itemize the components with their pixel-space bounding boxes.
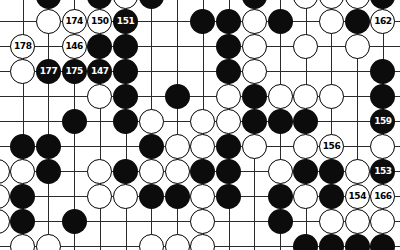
move-number: 153	[374, 167, 392, 176]
stone-white[interactable]	[139, 159, 164, 184]
stone-white[interactable]	[345, 0, 370, 9]
stone-white[interactable]	[139, 109, 164, 134]
stone-white[interactable]	[293, 0, 318, 9]
stone-black[interactable]	[242, 109, 267, 134]
stone-black[interactable]	[216, 159, 241, 184]
stone-black-177[interactable]: 177	[36, 59, 61, 84]
stone-black[interactable]	[62, 109, 87, 134]
stone-black[interactable]	[10, 134, 35, 159]
move-number: 175	[65, 67, 83, 76]
move-number: 177	[40, 67, 58, 76]
stone-black[interactable]	[216, 34, 241, 59]
stone-white[interactable]	[293, 84, 318, 109]
move-number: 151	[117, 17, 135, 26]
stone-white[interactable]	[345, 209, 370, 234]
grid-line-vertical	[177, 0, 178, 250]
stone-white[interactable]	[370, 209, 395, 234]
stone-black[interactable]	[345, 9, 370, 34]
move-number: 166	[374, 192, 392, 201]
stone-white[interactable]	[216, 109, 241, 134]
stone-white[interactable]	[319, 209, 344, 234]
stone-black[interactable]	[216, 134, 241, 159]
stone-white[interactable]	[87, 84, 112, 109]
stone-black-175[interactable]: 175	[62, 59, 87, 84]
stone-white[interactable]	[87, 159, 112, 184]
stone-white-178[interactable]: 178	[10, 34, 35, 59]
stone-black[interactable]	[293, 109, 318, 134]
stone-black[interactable]	[319, 159, 344, 184]
stone-white[interactable]	[10, 59, 35, 84]
stone-black[interactable]	[268, 184, 293, 209]
stone-black-147[interactable]: 147	[87, 59, 112, 84]
stone-black-153[interactable]: 153	[370, 159, 395, 184]
stone-white[interactable]	[113, 0, 138, 9]
go-board[interactable]: 1741501511621781461771751471591561531541…	[0, 0, 400, 250]
stone-white-150[interactable]: 150	[87, 9, 112, 34]
stone-white[interactable]	[36, 9, 61, 34]
stone-white-162[interactable]: 162	[370, 9, 395, 34]
move-number: 154	[348, 192, 366, 201]
stone-black[interactable]	[319, 234, 344, 250]
stone-white[interactable]	[216, 84, 241, 109]
stone-white[interactable]	[190, 109, 215, 134]
stone-black[interactable]	[370, 0, 395, 9]
stone-white[interactable]	[113, 184, 138, 209]
stone-black[interactable]	[36, 134, 61, 159]
stone-black-151[interactable]: 151	[113, 9, 138, 34]
stone-black[interactable]	[268, 109, 293, 134]
move-number: 174	[65, 17, 83, 26]
stone-white[interactable]	[319, 0, 344, 9]
grid-line-vertical	[48, 0, 49, 250]
stone-white[interactable]	[190, 184, 215, 209]
stone-white[interactable]	[268, 159, 293, 184]
stone-white[interactable]	[139, 234, 164, 250]
stone-white[interactable]	[345, 34, 370, 59]
stone-black[interactable]	[10, 184, 35, 209]
stone-white[interactable]	[165, 234, 190, 250]
stone-black[interactable]	[190, 9, 215, 34]
stone-black[interactable]	[242, 84, 267, 109]
stone-black[interactable]	[268, 9, 293, 34]
stone-white[interactable]	[190, 209, 215, 234]
stone-white[interactable]	[242, 59, 267, 84]
stone-white[interactable]	[268, 84, 293, 109]
stone-black[interactable]	[36, 159, 61, 184]
grid-line-horizontal	[0, 46, 400, 47]
stone-black[interactable]	[87, 34, 112, 59]
stone-white[interactable]	[370, 134, 395, 159]
stone-black[interactable]	[113, 159, 138, 184]
stone-black[interactable]	[190, 159, 215, 184]
stone-white[interactable]	[242, 34, 267, 59]
stone-black[interactable]	[113, 109, 138, 134]
stone-black[interactable]	[216, 9, 241, 34]
stone-white[interactable]	[293, 34, 318, 59]
stone-white-174[interactable]: 174	[62, 9, 87, 34]
stone-black[interactable]	[216, 59, 241, 84]
stone-white-146[interactable]: 146	[62, 34, 87, 59]
stone-black[interactable]	[139, 134, 164, 159]
stone-white[interactable]	[242, 134, 267, 159]
stone-black[interactable]	[113, 84, 138, 109]
stone-black[interactable]	[139, 0, 164, 9]
stone-black[interactable]	[319, 184, 344, 209]
stone-white[interactable]	[293, 134, 318, 159]
stone-white[interactable]	[87, 184, 112, 209]
stone-black[interactable]	[242, 0, 267, 9]
stone-black[interactable]	[370, 234, 395, 250]
stone-white[interactable]	[165, 134, 190, 159]
stone-white[interactable]	[36, 234, 61, 250]
stone-black[interactable]	[113, 34, 138, 59]
stone-white[interactable]	[242, 9, 267, 34]
stone-black[interactable]	[370, 59, 395, 84]
stone-white[interactable]	[10, 234, 35, 250]
stone-white[interactable]	[319, 84, 344, 109]
move-number: 147	[91, 67, 109, 76]
stone-white[interactable]	[345, 159, 370, 184]
stone-white[interactable]	[190, 134, 215, 159]
stone-black[interactable]	[165, 84, 190, 109]
stone-white[interactable]	[0, 184, 10, 209]
stone-white[interactable]	[0, 209, 10, 234]
move-number: 156	[323, 142, 341, 151]
stone-black[interactable]	[293, 234, 318, 250]
stone-black[interactable]	[87, 0, 112, 9]
stone-white-156[interactable]: 156	[319, 134, 344, 159]
stone-black[interactable]	[293, 159, 318, 184]
stone-black[interactable]	[165, 184, 190, 209]
stone-black[interactable]	[370, 84, 395, 109]
stone-white[interactable]	[190, 234, 215, 250]
move-number: 162	[374, 17, 392, 26]
stone-black[interactable]	[36, 0, 61, 9]
stone-black[interactable]	[113, 59, 138, 84]
move-number: 150	[91, 17, 109, 26]
stone-black[interactable]	[139, 184, 164, 209]
stone-white-166[interactable]: 166	[370, 184, 395, 209]
stone-white[interactable]	[319, 9, 344, 34]
stone-white-154[interactable]: 154	[345, 184, 370, 209]
stone-white[interactable]	[293, 184, 318, 209]
stone-white[interactable]	[165, 159, 190, 184]
stone-white[interactable]	[0, 159, 10, 184]
move-number: 159	[374, 117, 392, 126]
move-number: 146	[65, 42, 83, 51]
stone-black[interactable]	[62, 209, 87, 234]
stone-black[interactable]	[345, 234, 370, 250]
stone-black[interactable]	[216, 184, 241, 209]
move-number: 178	[14, 42, 32, 51]
stone-white[interactable]	[10, 159, 35, 184]
stone-black[interactable]	[268, 209, 293, 234]
stone-black-159[interactable]: 159	[370, 109, 395, 134]
stone-black[interactable]	[10, 209, 35, 234]
